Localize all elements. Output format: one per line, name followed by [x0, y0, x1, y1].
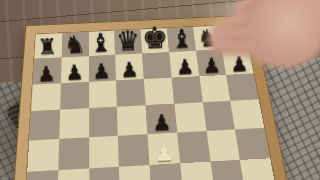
square-e6: [144, 77, 174, 105]
square-b4: [58, 137, 89, 169]
piece-black-pawn-f7: ♟: [175, 56, 194, 77]
square-d4: [118, 134, 149, 166]
square-b3: [57, 168, 89, 180]
square-b5: [59, 109, 89, 139]
square-c7: ♟: [88, 55, 116, 82]
square-h3: [240, 158, 276, 180]
square-g5: [202, 101, 235, 131]
square-a3: [25, 170, 58, 180]
square-d7: ♟: [115, 53, 143, 80]
square-f3: [180, 161, 214, 180]
piece-black-bishop-f8: ♝: [170, 26, 193, 52]
piece-black-pawn-e5: ♟: [151, 111, 171, 134]
piece-black-queen-d8: ♛: [115, 26, 141, 54]
square-c3: [89, 166, 121, 180]
square-a6: [31, 83, 61, 112]
square-a4: [27, 139, 59, 172]
square-a8: ♜: [34, 33, 62, 58]
piece-black-knight-b8: ♞: [63, 32, 86, 57]
square-b6: [60, 81, 89, 110]
square-b8: ♞: [61, 32, 88, 57]
square-c5: [89, 107, 119, 137]
piece-black-bishop-c8: ♝: [89, 30, 113, 56]
piece-black-pawn-d7: ♟: [120, 58, 139, 79]
square-e8: ♚: [141, 28, 169, 53]
square-d8: ♛: [115, 29, 143, 54]
piece-black-pawn-b7: ♟: [64, 61, 83, 82]
square-f8: ♝: [167, 27, 196, 52]
square-b7: ♟: [61, 56, 89, 83]
square-e5: ♟: [146, 104, 177, 134]
piece-black-rook-a8: ♜: [37, 36, 58, 59]
square-f5: [174, 103, 206, 133]
square-c6: [89, 80, 118, 108]
square-f7: ♟: [169, 51, 199, 78]
square-e7: [142, 52, 171, 79]
square-a5: [29, 110, 60, 141]
hand-finger: [210, 41, 254, 56]
square-c8: ♝: [88, 31, 115, 56]
piece-black-pawn-c7: ♟: [92, 60, 111, 81]
square-h4: [235, 128, 270, 160]
square-e4: ♟: [148, 133, 180, 165]
square-f4: [177, 131, 210, 163]
piece-black-king-e8: ♚: [141, 23, 168, 53]
square-e3: [150, 163, 183, 180]
square-d6: [116, 79, 145, 107]
photo-chess-scene: ♜♞♝♛♚♝♞♜♟♟♟♟♟♟♟♟♟♟♟♟♟♟♟♟♜♞♝♛♚♝♞♜: [0, 0, 320, 180]
player-hand: [202, 0, 320, 86]
square-h5: [231, 100, 265, 130]
square-d5: [117, 106, 147, 136]
piece-black-pawn-a7: ♟: [37, 63, 56, 84]
square-f6: [171, 76, 202, 104]
piece-white-pawn-e4: ♟: [154, 141, 175, 164]
square-c4: [89, 136, 120, 168]
square-d3: [119, 165, 152, 180]
square-a7: ♟: [33, 57, 62, 84]
